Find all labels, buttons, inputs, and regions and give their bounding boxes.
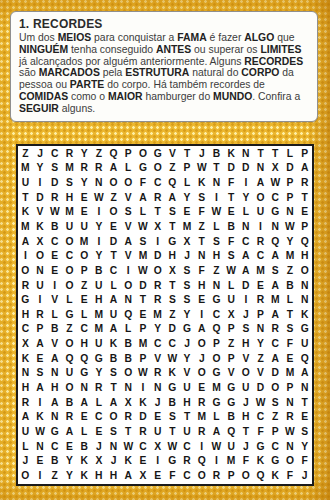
- grid-cell-r18c4[interactable]: B: [62, 395, 77, 410]
- grid-cell-r12c13[interactable]: I: [194, 308, 209, 323]
- grid-cell-r20c2[interactable]: W: [33, 425, 48, 440]
- grid-cell-r1c3[interactable]: C: [47, 147, 62, 162]
- grid-cell-r1c14[interactable]: B: [209, 147, 224, 162]
- grid-cell-r13c5[interactable]: C: [77, 322, 92, 337]
- grid-cell-r21c10[interactable]: X: [150, 439, 165, 454]
- grid-cell-r11c4[interactable]: L: [62, 293, 77, 308]
- grid-cell-r17c7[interactable]: T: [106, 381, 121, 396]
- grid-cell-r22c10[interactable]: I: [150, 454, 165, 469]
- grid-cell-r16c4[interactable]: U: [62, 366, 77, 381]
- grid-cell-r2c6[interactable]: R: [91, 161, 106, 176]
- grid-cell-r10c13[interactable]: H: [194, 278, 209, 293]
- grid-cell-r1c10[interactable]: G: [150, 147, 165, 162]
- grid-cell-r5c15[interactable]: E: [224, 205, 239, 220]
- grid-cell-r21c8[interactable]: W: [121, 439, 136, 454]
- grid-cell-r18c1[interactable]: R: [18, 395, 33, 410]
- grid-cell-r20c15[interactable]: Q: [224, 425, 239, 440]
- grid-cell-r10c6[interactable]: U: [91, 278, 106, 293]
- grid-cell-r8c13[interactable]: N: [194, 249, 209, 264]
- grid-cell-r5c16[interactable]: L: [238, 205, 253, 220]
- grid-cell-r8c3[interactable]: E: [47, 249, 62, 264]
- grid-cell-r14c4[interactable]: O: [62, 337, 77, 352]
- grid-cell-r12c12[interactable]: Y: [180, 308, 195, 323]
- grid-cell-r4c3[interactable]: R: [47, 191, 62, 206]
- grid-cell-r13c9[interactable]: P: [136, 322, 151, 337]
- grid-cell-r13c11[interactable]: D: [165, 322, 180, 337]
- grid-cell-r16c7[interactable]: S: [106, 366, 121, 381]
- grid-cell-r9c10[interactable]: O: [150, 264, 165, 279]
- grid-cell-r9c1[interactable]: O: [18, 264, 33, 279]
- grid-cell-r1c12[interactable]: T: [180, 147, 195, 162]
- grid-cell-r16c20[interactable]: A: [297, 366, 312, 381]
- grid-cell-r18c13[interactable]: R: [194, 395, 209, 410]
- grid-cell-r11c5[interactable]: E: [77, 293, 92, 308]
- grid-cell-r12c5[interactable]: L: [77, 308, 92, 323]
- grid-cell-r13c10[interactable]: Y: [150, 322, 165, 337]
- grid-cell-r1c2[interactable]: J: [33, 147, 48, 162]
- grid-cell-r18c20[interactable]: T: [297, 395, 312, 410]
- grid-cell-r22c12[interactable]: R: [180, 454, 195, 469]
- grid-cell-r17c3[interactable]: H: [47, 381, 62, 396]
- grid-cell-r8c4[interactable]: C: [62, 249, 77, 264]
- grid-cell-r12c16[interactable]: J: [238, 308, 253, 323]
- grid-cell-r18c9[interactable]: K: [136, 395, 151, 410]
- grid-cell-r5c11[interactable]: S: [165, 205, 180, 220]
- grid-cell-r3c20[interactable]: R: [297, 176, 312, 191]
- grid-cell-r7c5[interactable]: M: [77, 234, 92, 249]
- grid-cell-r2c4[interactable]: M: [62, 161, 77, 176]
- grid-cell-r16c2[interactable]: S: [33, 366, 48, 381]
- grid-cell-r5c1[interactable]: K: [18, 205, 33, 220]
- grid-cell-r18c16[interactable]: J: [238, 395, 253, 410]
- grid-cell-r2c17[interactable]: N: [253, 161, 268, 176]
- grid-cell-r23c3[interactable]: Z: [47, 469, 62, 484]
- grid-cell-r14c9[interactable]: M: [136, 337, 151, 352]
- grid-cell-r15c6[interactable]: G: [91, 352, 106, 367]
- grid-cell-r3c15[interactable]: F: [224, 176, 239, 191]
- grid-cell-r9c15[interactable]: W: [224, 264, 239, 279]
- grid-cell-r13c3[interactable]: B: [47, 322, 62, 337]
- grid-cell-r8c7[interactable]: T: [106, 249, 121, 264]
- grid-cell-r23c20[interactable]: J: [297, 469, 312, 484]
- grid-cell-r20c12[interactable]: U: [180, 425, 195, 440]
- grid-cell-r2c8[interactable]: L: [121, 161, 136, 176]
- grid-cell-r11c15[interactable]: U: [224, 293, 239, 308]
- grid-cell-r18c11[interactable]: B: [165, 395, 180, 410]
- grid-cell-r10c2[interactable]: U: [33, 278, 48, 293]
- grid-cell-r1c20[interactable]: P: [297, 147, 312, 162]
- grid-cell-r11c19[interactable]: L: [283, 293, 298, 308]
- grid-cell-r14c5[interactable]: H: [77, 337, 92, 352]
- grid-cell-r1c9[interactable]: O: [136, 147, 151, 162]
- grid-cell-r21c9[interactable]: C: [136, 439, 151, 454]
- grid-cell-r10c16[interactable]: D: [238, 278, 253, 293]
- grid-cell-r4c5[interactable]: E: [77, 191, 92, 206]
- grid-cell-r10c10[interactable]: R: [150, 278, 165, 293]
- grid-cell-r6c11[interactable]: T: [165, 220, 180, 235]
- grid-cell-r4c8[interactable]: V: [121, 191, 136, 206]
- grid-cell-r16c6[interactable]: Y: [91, 366, 106, 381]
- grid-cell-r15c3[interactable]: A: [47, 352, 62, 367]
- grid-cell-r8c8[interactable]: V: [121, 249, 136, 264]
- grid-cell-r4c2[interactable]: D: [33, 191, 48, 206]
- grid-cell-r21c20[interactable]: Y: [297, 439, 312, 454]
- grid-cell-r11c11[interactable]: S: [165, 293, 180, 308]
- grid-cell-r18c3[interactable]: A: [47, 395, 62, 410]
- grid-cell-r17c19[interactable]: P: [283, 381, 298, 396]
- grid-cell-r19c4[interactable]: R: [62, 410, 77, 425]
- grid-cell-r4c9[interactable]: A: [136, 191, 151, 206]
- grid-cell-r13c16[interactable]: S: [238, 322, 253, 337]
- grid-cell-r23c10[interactable]: E: [150, 469, 165, 484]
- grid-cell-r4c14[interactable]: I: [209, 191, 224, 206]
- grid-cell-r14c6[interactable]: U: [91, 337, 106, 352]
- grid-cell-r11c3[interactable]: V: [47, 293, 62, 308]
- grid-cell-r14c3[interactable]: V: [47, 337, 62, 352]
- grid-cell-r13c13[interactable]: A: [194, 322, 209, 337]
- grid-cell-r6c12[interactable]: M: [180, 220, 195, 235]
- grid-cell-r8c5[interactable]: O: [77, 249, 92, 264]
- grid-cell-r14c8[interactable]: B: [121, 337, 136, 352]
- grid-cell-r6c4[interactable]: U: [62, 220, 77, 235]
- grid-cell-r9c12[interactable]: S: [180, 264, 195, 279]
- grid-cell-r19c15[interactable]: B: [224, 410, 239, 425]
- grid-cell-r1c4[interactable]: R: [62, 147, 77, 162]
- grid-cell-r16c8[interactable]: O: [121, 366, 136, 381]
- grid-cell-r4c1[interactable]: T: [18, 191, 33, 206]
- grid-cell-r3c17[interactable]: A: [253, 176, 268, 191]
- grid-cell-r5c4[interactable]: M: [62, 205, 77, 220]
- grid-cell-r22c3[interactable]: B: [47, 454, 62, 469]
- grid-cell-r11c7[interactable]: A: [106, 293, 121, 308]
- grid-cell-r22c15[interactable]: M: [224, 454, 239, 469]
- grid-cell-r8c11[interactable]: H: [165, 249, 180, 264]
- grid-cell-r22c18[interactable]: G: [268, 454, 283, 469]
- grid-cell-r22c5[interactable]: K: [77, 454, 92, 469]
- grid-cell-r5c8[interactable]: S: [121, 205, 136, 220]
- grid-cell-r12c18[interactable]: A: [268, 308, 283, 323]
- grid-cell-r14c12[interactable]: J: [180, 337, 195, 352]
- grid-cell-r5c6[interactable]: I: [91, 205, 106, 220]
- grid-cell-r17c1[interactable]: H: [18, 381, 33, 396]
- grid-cell-r6c2[interactable]: K: [33, 220, 48, 235]
- grid-cell-r3c14[interactable]: N: [209, 176, 224, 191]
- grid-cell-r10c19[interactable]: B: [283, 278, 298, 293]
- grid-cell-r12c3[interactable]: L: [47, 308, 62, 323]
- grid-cell-r21c1[interactable]: L: [18, 439, 33, 454]
- grid-cell-r17c9[interactable]: I: [136, 381, 151, 396]
- grid-cell-r9c3[interactable]: E: [47, 264, 62, 279]
- grid-cell-r23c1[interactable]: O: [18, 469, 33, 484]
- grid-cell-r22c14[interactable]: I: [209, 454, 224, 469]
- grid-cell-r2c19[interactable]: D: [283, 161, 298, 176]
- grid-cell-r14c10[interactable]: C: [150, 337, 165, 352]
- grid-cell-r18c6[interactable]: L: [91, 395, 106, 410]
- grid-cell-r19c6[interactable]: C: [91, 410, 106, 425]
- grid-cell-r19c3[interactable]: N: [47, 410, 62, 425]
- grid-cell-r16c3[interactable]: N: [47, 366, 62, 381]
- grid-cell-r9c2[interactable]: N: [33, 264, 48, 279]
- grid-cell-r20c8[interactable]: T: [121, 425, 136, 440]
- grid-cell-r7c17[interactable]: R: [253, 234, 268, 249]
- grid-cell-r6c17[interactable]: I: [253, 220, 268, 235]
- grid-cell-r8c18[interactable]: A: [268, 249, 283, 264]
- grid-cell-r14c18[interactable]: C: [268, 337, 283, 352]
- grid-cell-r19c14[interactable]: L: [209, 410, 224, 425]
- grid-cell-r16c19[interactable]: M: [283, 366, 298, 381]
- grid-cell-r4c18[interactable]: C: [268, 191, 283, 206]
- grid-cell-r20c11[interactable]: T: [165, 425, 180, 440]
- grid-cell-r15c16[interactable]: V: [238, 352, 253, 367]
- grid-cell-r19c10[interactable]: E: [150, 410, 165, 425]
- grid-cell-r4c12[interactable]: Y: [180, 191, 195, 206]
- grid-cell-r20c4[interactable]: A: [62, 425, 77, 440]
- grid-cell-r1c19[interactable]: L: [283, 147, 298, 162]
- grid-cell-r19c18[interactable]: Z: [268, 410, 283, 425]
- grid-cell-r19c17[interactable]: C: [253, 410, 268, 425]
- grid-cell-r13c18[interactable]: R: [268, 322, 283, 337]
- grid-cell-r5c3[interactable]: W: [47, 205, 62, 220]
- grid-cell-r17c20[interactable]: N: [297, 381, 312, 396]
- grid-cell-r23c12[interactable]: C: [180, 469, 195, 484]
- grid-cell-r9c7[interactable]: C: [106, 264, 121, 279]
- grid-cell-r15c15[interactable]: P: [224, 352, 239, 367]
- grid-cell-r20c6[interactable]: E: [91, 425, 106, 440]
- grid-cell-r9c20[interactable]: O: [297, 264, 312, 279]
- grid-cell-r23c18[interactable]: K: [268, 469, 283, 484]
- grid-cell-r19c16[interactable]: H: [238, 410, 253, 425]
- grid-cell-r11c1[interactable]: G: [18, 293, 33, 308]
- grid-cell-r12c9[interactable]: E: [136, 308, 151, 323]
- grid-cell-r2c1[interactable]: M: [18, 161, 33, 176]
- grid-cell-r1c18[interactable]: T: [268, 147, 283, 162]
- grid-cell-r2c18[interactable]: X: [268, 161, 283, 176]
- grid-cell-r16c15[interactable]: V: [224, 366, 239, 381]
- grid-cell-r7c16[interactable]: C: [238, 234, 253, 249]
- grid-cell-r7c7[interactable]: D: [106, 234, 121, 249]
- grid-cell-r2c20[interactable]: A: [297, 161, 312, 176]
- grid-cell-r5c2[interactable]: V: [33, 205, 48, 220]
- grid-cell-r21c19[interactable]: N: [283, 439, 298, 454]
- grid-cell-r16c1[interactable]: N: [18, 366, 33, 381]
- grid-cell-r13c6[interactable]: M: [91, 322, 106, 337]
- grid-cell-r12c2[interactable]: R: [33, 308, 48, 323]
- grid-cell-r3c3[interactable]: D: [47, 176, 62, 191]
- grid-cell-r7c11[interactable]: G: [165, 234, 180, 249]
- grid-cell-r14c7[interactable]: K: [106, 337, 121, 352]
- grid-cell-r7c4[interactable]: O: [62, 234, 77, 249]
- grid-cell-r1c16[interactable]: N: [238, 147, 253, 162]
- grid-cell-r8c16[interactable]: A: [238, 249, 253, 264]
- grid-cell-r5c13[interactable]: F: [194, 205, 209, 220]
- grid-cell-r21c14[interactable]: W: [209, 439, 224, 454]
- grid-cell-r4c11[interactable]: A: [165, 191, 180, 206]
- grid-cell-r4c7[interactable]: Z: [106, 191, 121, 206]
- grid-cell-r3c6[interactable]: N: [91, 176, 106, 191]
- grid-cell-r15c2[interactable]: E: [33, 352, 48, 367]
- grid-cell-r17c11[interactable]: G: [165, 381, 180, 396]
- grid-cell-r21c3[interactable]: C: [47, 439, 62, 454]
- grid-cell-r23c8[interactable]: A: [121, 469, 136, 484]
- grid-cell-r5c9[interactable]: L: [136, 205, 151, 220]
- grid-cell-r9c16[interactable]: A: [238, 264, 253, 279]
- grid-cell-r13c1[interactable]: C: [18, 322, 33, 337]
- grid-cell-r11c16[interactable]: I: [238, 293, 253, 308]
- grid-cell-r22c17[interactable]: K: [253, 454, 268, 469]
- grid-cell-r16c12[interactable]: V: [180, 366, 195, 381]
- grid-cell-r9c9[interactable]: W: [136, 264, 151, 279]
- grid-cell-r15c7[interactable]: B: [106, 352, 121, 367]
- grid-cell-r2c14[interactable]: T: [209, 161, 224, 176]
- grid-cell-r5c19[interactable]: N: [283, 205, 298, 220]
- grid-cell-r12c19[interactable]: T: [283, 308, 298, 323]
- grid-cell-r7c9[interactable]: S: [136, 234, 151, 249]
- grid-cell-r17c8[interactable]: N: [121, 381, 136, 396]
- grid-cell-r10c17[interactable]: E: [253, 278, 268, 293]
- grid-cell-r1c6[interactable]: Z: [91, 147, 106, 162]
- grid-cell-r6c20[interactable]: P: [297, 220, 312, 235]
- grid-cell-r23c9[interactable]: X: [136, 469, 151, 484]
- grid-cell-r3c7[interactable]: O: [106, 176, 121, 191]
- grid-cell-r20c19[interactable]: W: [283, 425, 298, 440]
- grid-cell-r16c14[interactable]: G: [209, 366, 224, 381]
- grid-cell-r19c19[interactable]: R: [283, 410, 298, 425]
- grid-cell-r16c18[interactable]: D: [268, 366, 283, 381]
- grid-cell-r23c16[interactable]: O: [238, 469, 253, 484]
- grid-cell-r16c13[interactable]: O: [194, 366, 209, 381]
- grid-cell-r15c1[interactable]: K: [18, 352, 33, 367]
- grid-cell-r13c17[interactable]: N: [253, 322, 268, 337]
- grid-cell-r15c18[interactable]: A: [268, 352, 283, 367]
- grid-cell-r12c10[interactable]: M: [150, 308, 165, 323]
- grid-cell-r6c3[interactable]: B: [47, 220, 62, 235]
- grid-cell-r5c14[interactable]: W: [209, 205, 224, 220]
- grid-cell-r2c16[interactable]: D: [238, 161, 253, 176]
- grid-cell-r7c1[interactable]: A: [18, 234, 33, 249]
- grid-cell-r17c18[interactable]: O: [268, 381, 283, 396]
- grid-cell-r7c13[interactable]: T: [194, 234, 209, 249]
- grid-cell-r13c12[interactable]: G: [180, 322, 195, 337]
- grid-cell-r17c14[interactable]: M: [209, 381, 224, 396]
- grid-cell-r8c14[interactable]: H: [209, 249, 224, 264]
- grid-cell-r6c8[interactable]: V: [121, 220, 136, 235]
- grid-cell-r23c2[interactable]: I: [33, 469, 48, 484]
- grid-cell-r21c16[interactable]: J: [238, 439, 253, 454]
- grid-cell-r19c9[interactable]: D: [136, 410, 151, 425]
- grid-cell-r10c5[interactable]: Z: [77, 278, 92, 293]
- grid-cell-r10c7[interactable]: L: [106, 278, 121, 293]
- grid-cell-r2c5[interactable]: R: [77, 161, 92, 176]
- grid-cell-r16c9[interactable]: W: [136, 366, 151, 381]
- grid-cell-r2c2[interactable]: Y: [33, 161, 48, 176]
- grid-cell-r8c6[interactable]: Y: [91, 249, 106, 264]
- grid-cell-r9c4[interactable]: O: [62, 264, 77, 279]
- grid-cell-r8c10[interactable]: D: [150, 249, 165, 264]
- grid-cell-r11c2[interactable]: I: [33, 293, 48, 308]
- grid-cell-r13c2[interactable]: P: [33, 322, 48, 337]
- grid-cell-r10c4[interactable]: O: [62, 278, 77, 293]
- grid-cell-r1c5[interactable]: Y: [77, 147, 92, 162]
- grid-cell-r16c16[interactable]: O: [238, 366, 253, 381]
- grid-cell-r21c18[interactable]: C: [268, 439, 283, 454]
- grid-cell-r4c6[interactable]: W: [91, 191, 106, 206]
- grid-cell-r6c5[interactable]: U: [77, 220, 92, 235]
- grid-cell-r6c7[interactable]: E: [106, 220, 121, 235]
- grid-cell-r21c15[interactable]: U: [224, 439, 239, 454]
- grid-cell-r10c20[interactable]: N: [297, 278, 312, 293]
- grid-cell-r3c12[interactable]: L: [180, 176, 195, 191]
- grid-cell-r14c17[interactable]: Y: [253, 337, 268, 352]
- grid-cell-r14c16[interactable]: H: [238, 337, 253, 352]
- grid-cell-r10c14[interactable]: N: [209, 278, 224, 293]
- grid-cell-r7c15[interactable]: F: [224, 234, 239, 249]
- grid-cell-r10c1[interactable]: R: [18, 278, 33, 293]
- grid-cell-r3c1[interactable]: U: [18, 176, 33, 191]
- grid-cell-r3c16[interactable]: I: [238, 176, 253, 191]
- grid-cell-r13c19[interactable]: S: [283, 322, 298, 337]
- grid-cell-r11c20[interactable]: N: [297, 293, 312, 308]
- grid-cell-r17c17[interactable]: D: [253, 381, 268, 396]
- grid-cell-r7c20[interactable]: Q: [297, 234, 312, 249]
- grid-cell-r3c19[interactable]: P: [283, 176, 298, 191]
- grid-cell-r23c7[interactable]: H: [106, 469, 121, 484]
- grid-cell-r5c17[interactable]: U: [253, 205, 268, 220]
- grid-cell-r14c11[interactable]: C: [165, 337, 180, 352]
- grid-cell-r4c10[interactable]: R: [150, 191, 165, 206]
- grid-cell-r9c11[interactable]: X: [165, 264, 180, 279]
- grid-cell-r18c7[interactable]: A: [106, 395, 121, 410]
- grid-cell-r20c3[interactable]: G: [47, 425, 62, 440]
- grid-cell-r10c11[interactable]: T: [165, 278, 180, 293]
- grid-cell-r3c5[interactable]: Y: [77, 176, 92, 191]
- grid-cell-r20c13[interactable]: R: [194, 425, 209, 440]
- grid-cell-r7c2[interactable]: X: [33, 234, 48, 249]
- grid-cell-r3c11[interactable]: Q: [165, 176, 180, 191]
- grid-cell-r17c6[interactable]: R: [91, 381, 106, 396]
- grid-cell-r20c20[interactable]: S: [297, 425, 312, 440]
- grid-cell-r2c11[interactable]: Z: [165, 161, 180, 176]
- grid-cell-r18c8[interactable]: X: [121, 395, 136, 410]
- grid-cell-r18c15[interactable]: G: [224, 395, 239, 410]
- grid-cell-r11c9[interactable]: T: [136, 293, 151, 308]
- grid-cell-r12c4[interactable]: G: [62, 308, 77, 323]
- grid-cell-r1c1[interactable]: Z: [18, 147, 33, 162]
- grid-cell-r20c1[interactable]: U: [18, 425, 33, 440]
- grid-cell-r21c11[interactable]: W: [165, 439, 180, 454]
- grid-cell-r17c2[interactable]: A: [33, 381, 48, 396]
- grid-cell-r17c13[interactable]: E: [194, 381, 209, 396]
- grid-cell-r19c11[interactable]: S: [165, 410, 180, 425]
- grid-cell-r9c17[interactable]: M: [253, 264, 268, 279]
- grid-cell-r20c16[interactable]: T: [238, 425, 253, 440]
- grid-cell-r10c9[interactable]: D: [136, 278, 151, 293]
- grid-cell-r22c11[interactable]: G: [165, 454, 180, 469]
- grid-cell-r18c2[interactable]: I: [33, 395, 48, 410]
- grid-cell-r18c12[interactable]: H: [180, 395, 195, 410]
- grid-cell-r11c6[interactable]: H: [91, 293, 106, 308]
- grid-cell-r7c12[interactable]: X: [180, 234, 195, 249]
- grid-cell-r21c4[interactable]: E: [62, 439, 77, 454]
- grid-cell-r5c7[interactable]: O: [106, 205, 121, 220]
- grid-cell-r1c11[interactable]: V: [165, 147, 180, 162]
- grid-cell-r2c12[interactable]: P: [180, 161, 195, 176]
- grid-cell-r22c2[interactable]: E: [33, 454, 48, 469]
- grid-cell-r7c18[interactable]: Q: [268, 234, 283, 249]
- grid-cell-r15c19[interactable]: E: [283, 352, 298, 367]
- grid-cell-r1c13[interactable]: J: [194, 147, 209, 162]
- grid-cell-r15c8[interactable]: B: [121, 352, 136, 367]
- grid-cell-r17c4[interactable]: O: [62, 381, 77, 396]
